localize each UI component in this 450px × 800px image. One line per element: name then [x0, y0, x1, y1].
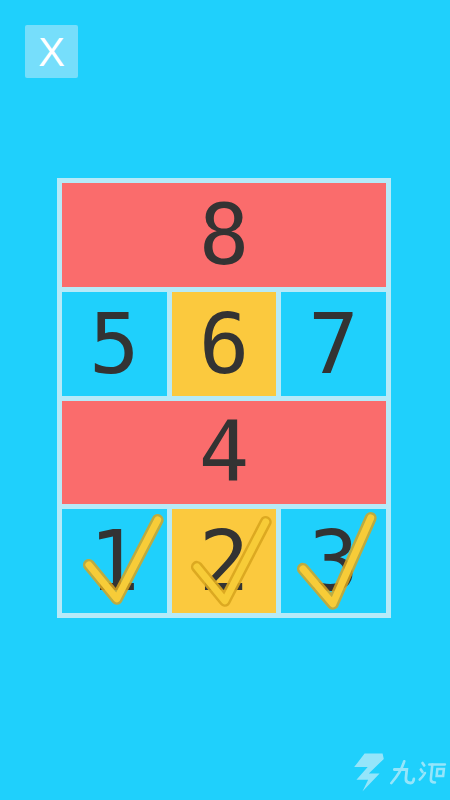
glyph-you [420, 763, 446, 783]
puzzle-board: 8 5 6 7 4 1 2 3 [57, 178, 391, 618]
jiuyou-logo-text [389, 758, 448, 786]
cell-4[interactable]: 4 [62, 401, 386, 505]
cell-8[interactable]: 8 [62, 183, 386, 287]
cell-2[interactable]: 2 [172, 509, 277, 613]
jiuyou-logo-icon [348, 751, 389, 794]
cell-5-number: 5 [89, 302, 140, 386]
cell-4-number: 4 [199, 410, 250, 494]
cell-3[interactable]: 3 [281, 509, 386, 613]
cell-8-number: 8 [199, 193, 250, 277]
glyph-jiu [391, 761, 415, 783]
cell-7[interactable]: 7 [281, 292, 386, 396]
cell-6[interactable]: 6 [172, 292, 277, 396]
cell-6-number: 6 [199, 302, 250, 386]
jiuyou-watermark [348, 751, 449, 794]
cell-7-number: 7 [308, 302, 359, 386]
cell-3-number: 3 [308, 519, 359, 603]
close-x-icon: X [38, 32, 65, 72]
cell-5[interactable]: 5 [62, 292, 167, 396]
close-button[interactable]: X [25, 25, 78, 78]
cell-1[interactable]: 1 [62, 509, 167, 613]
cell-1-number: 1 [89, 519, 140, 603]
cell-2-number: 2 [199, 519, 250, 603]
